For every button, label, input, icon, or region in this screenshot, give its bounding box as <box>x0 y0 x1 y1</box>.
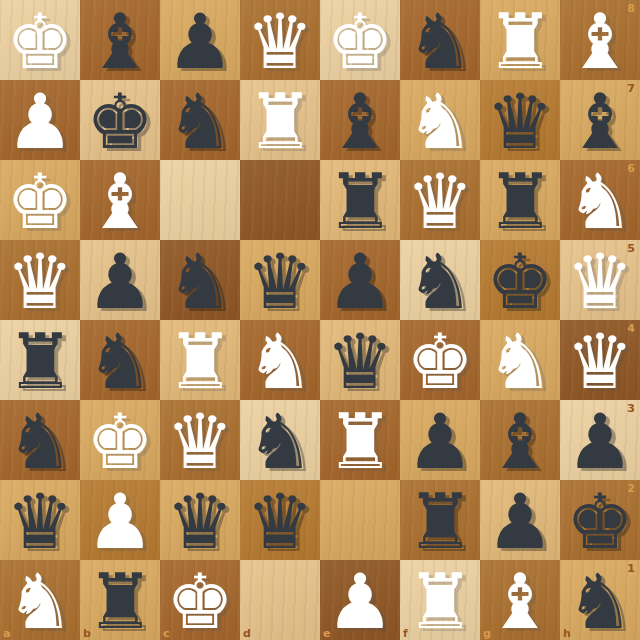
piece-white-queen[interactable]: ♛ <box>246 2 314 80</box>
piece-black-queen[interactable]: ♛ <box>486 82 554 160</box>
piece-black-bishop[interactable]: ♝ <box>86 2 154 80</box>
square-f3[interactable]: ♟ <box>400 400 480 480</box>
rank-label-4: 4 <box>627 323 635 334</box>
piece-white-bishop[interactable]: ♝ <box>86 162 154 240</box>
piece-black-queen[interactable]: ♛ <box>326 322 394 400</box>
square-h2[interactable]: ♚2 <box>560 480 640 560</box>
square-g2[interactable]: ♟ <box>480 480 560 560</box>
piece-white-king[interactable]: ♚ <box>86 402 154 480</box>
square-c6[interactable] <box>160 160 240 240</box>
rank-label-2: 2 <box>627 483 635 494</box>
square-d6[interactable] <box>240 160 320 240</box>
piece-black-queen[interactable]: ♛ <box>246 242 314 320</box>
piece-white-knight[interactable]: ♞ <box>246 322 314 400</box>
square-e7[interactable]: ♝ <box>320 80 400 160</box>
piece-black-queen[interactable]: ♛ <box>166 482 234 560</box>
piece-white-knight[interactable]: ♞ <box>406 82 474 160</box>
piece-white-knight[interactable]: ♞ <box>6 562 74 640</box>
piece-black-queen[interactable]: ♛ <box>246 482 314 560</box>
square-a1[interactable]: ♞a <box>0 560 80 640</box>
square-h1[interactable]: ♞h1 <box>560 560 640 640</box>
piece-black-knight[interactable]: ♞ <box>246 402 314 480</box>
piece-black-bishop[interactable]: ♝ <box>566 82 634 160</box>
square-b7[interactable]: ♚ <box>80 80 160 160</box>
piece-white-rook[interactable]: ♜ <box>166 322 234 400</box>
piece-black-pawn[interactable]: ♟ <box>566 402 634 480</box>
square-b1[interactable]: ♜b <box>80 560 160 640</box>
square-b5[interactable]: ♟ <box>80 240 160 320</box>
square-h8[interactable]: ♝8 <box>560 0 640 80</box>
piece-black-knight[interactable]: ♞ <box>566 562 634 640</box>
square-e5[interactable]: ♟ <box>320 240 400 320</box>
square-d7[interactable]: ♜ <box>240 80 320 160</box>
piece-white-pawn[interactable]: ♟ <box>326 562 394 640</box>
square-d1[interactable]: d <box>240 560 320 640</box>
square-g8[interactable]: ♜ <box>480 0 560 80</box>
piece-black-king[interactable]: ♚ <box>486 242 554 320</box>
piece-black-knight[interactable]: ♞ <box>6 402 74 480</box>
rank-label-1: 1 <box>627 563 635 574</box>
piece-white-queen[interactable]: ♛ <box>166 402 234 480</box>
square-a6[interactable]: ♚ <box>0 160 80 240</box>
square-c1[interactable]: ♚c <box>160 560 240 640</box>
square-d4[interactable]: ♞ <box>240 320 320 400</box>
square-c5[interactable]: ♞ <box>160 240 240 320</box>
piece-white-king[interactable]: ♚ <box>326 2 394 80</box>
piece-black-pawn[interactable]: ♟ <box>406 402 474 480</box>
piece-black-knight[interactable]: ♞ <box>166 242 234 320</box>
piece-black-rook[interactable]: ♜ <box>326 162 394 240</box>
piece-white-rook[interactable]: ♜ <box>326 402 394 480</box>
piece-white-queen[interactable]: ♛ <box>566 242 634 320</box>
square-f5[interactable]: ♞ <box>400 240 480 320</box>
piece-white-king[interactable]: ♚ <box>6 2 74 80</box>
square-b3[interactable]: ♚ <box>80 400 160 480</box>
square-g7[interactable]: ♛ <box>480 80 560 160</box>
piece-black-pawn[interactable]: ♟ <box>86 242 154 320</box>
rank-label-7: 7 <box>627 83 635 94</box>
square-d2[interactable]: ♛ <box>240 480 320 560</box>
square-a3[interactable]: ♞ <box>0 400 80 480</box>
file-label-a: a <box>3 628 10 639</box>
piece-black-knight[interactable]: ♞ <box>406 242 474 320</box>
square-d3[interactable]: ♞ <box>240 400 320 480</box>
square-c2[interactable]: ♛ <box>160 480 240 560</box>
square-a7[interactable]: ♟ <box>0 80 80 160</box>
square-f1[interactable]: ♜f <box>400 560 480 640</box>
square-b4[interactable]: ♞ <box>80 320 160 400</box>
piece-black-rook[interactable]: ♜ <box>86 562 154 640</box>
square-e3[interactable]: ♜ <box>320 400 400 480</box>
square-g6[interactable]: ♜ <box>480 160 560 240</box>
piece-white-king[interactable]: ♚ <box>6 162 74 240</box>
chess-board: ♚♝♟♛♚♞♜♝8♟♚♞♜♝♞♛♝7♚♝♜♛♜♞6♛♟♞♛♟♞♚♛5♜♞♜♞♛♚… <box>0 0 640 640</box>
square-e8[interactable]: ♚ <box>320 0 400 80</box>
square-g1[interactable]: ♝g <box>480 560 560 640</box>
square-a4[interactable]: ♜ <box>0 320 80 400</box>
file-label-e: e <box>323 628 330 639</box>
file-label-g: g <box>483 628 491 639</box>
square-e1[interactable]: ♟e <box>320 560 400 640</box>
square-a8[interactable]: ♚ <box>0 0 80 80</box>
square-b2[interactable]: ♟ <box>80 480 160 560</box>
piece-white-knight[interactable]: ♞ <box>566 162 634 240</box>
square-f7[interactable]: ♞ <box>400 80 480 160</box>
square-a2[interactable]: ♛ <box>0 480 80 560</box>
piece-black-rook[interactable]: ♜ <box>406 482 474 560</box>
piece-white-rook[interactable]: ♜ <box>246 82 314 160</box>
square-f8[interactable]: ♞ <box>400 0 480 80</box>
square-f6[interactable]: ♛ <box>400 160 480 240</box>
square-f4[interactable]: ♚ <box>400 320 480 400</box>
piece-black-bishop[interactable]: ♝ <box>486 402 554 480</box>
rank-label-5: 5 <box>627 243 635 254</box>
piece-white-king[interactable]: ♚ <box>166 562 234 640</box>
square-h3[interactable]: ♟3 <box>560 400 640 480</box>
piece-white-pawn[interactable]: ♟ <box>86 482 154 560</box>
square-d5[interactable]: ♛ <box>240 240 320 320</box>
square-e4[interactable]: ♛ <box>320 320 400 400</box>
piece-black-rook[interactable]: ♜ <box>6 322 74 400</box>
square-c8[interactable]: ♟ <box>160 0 240 80</box>
rank-label-8: 8 <box>627 3 635 14</box>
file-label-h: h <box>563 628 571 639</box>
square-e6[interactable]: ♜ <box>320 160 400 240</box>
piece-black-pawn[interactable]: ♟ <box>326 242 394 320</box>
rank-label-6: 6 <box>627 163 635 174</box>
piece-black-bishop[interactable]: ♝ <box>326 82 394 160</box>
square-h6[interactable]: ♞6 <box>560 160 640 240</box>
square-c7[interactable]: ♞ <box>160 80 240 160</box>
square-g4[interactable]: ♞ <box>480 320 560 400</box>
square-c4[interactable]: ♜ <box>160 320 240 400</box>
piece-white-rook[interactable]: ♜ <box>406 562 474 640</box>
rank-label-3: 3 <box>627 403 635 414</box>
square-c3[interactable]: ♛ <box>160 400 240 480</box>
piece-black-queen[interactable]: ♛ <box>6 482 74 560</box>
square-b6[interactable]: ♝ <box>80 160 160 240</box>
square-f2[interactable]: ♜ <box>400 480 480 560</box>
square-g3[interactable]: ♝ <box>480 400 560 480</box>
piece-white-bishop[interactable]: ♝ <box>486 562 554 640</box>
square-g5[interactable]: ♚ <box>480 240 560 320</box>
piece-white-rook[interactable]: ♜ <box>486 2 554 80</box>
piece-black-knight[interactable]: ♞ <box>406 2 474 80</box>
file-label-c: c <box>163 628 170 639</box>
file-label-d: d <box>243 628 251 639</box>
piece-white-king[interactable]: ♚ <box>406 322 474 400</box>
file-label-f: f <box>403 628 408 639</box>
square-b8[interactable]: ♝ <box>80 0 160 80</box>
square-h7[interactable]: ♝7 <box>560 80 640 160</box>
square-d8[interactable]: ♛ <box>240 0 320 80</box>
square-h5[interactable]: ♛5 <box>560 240 640 320</box>
piece-black-knight[interactable]: ♞ <box>86 322 154 400</box>
piece-black-king[interactable]: ♚ <box>566 482 634 560</box>
square-a5[interactable]: ♛ <box>0 240 80 320</box>
piece-white-knight[interactable]: ♞ <box>486 322 554 400</box>
piece-black-knight[interactable]: ♞ <box>166 82 234 160</box>
piece-black-pawn[interactable]: ♟ <box>486 482 554 560</box>
piece-white-queen[interactable]: ♛ <box>406 162 474 240</box>
square-e2[interactable] <box>320 480 400 560</box>
piece-white-pawn[interactable]: ♟ <box>6 82 74 160</box>
piece-white-queen[interactable]: ♛ <box>6 242 74 320</box>
file-label-b: b <box>83 628 91 639</box>
piece-black-pawn[interactable]: ♟ <box>166 2 234 80</box>
piece-black-rook[interactable]: ♜ <box>486 162 554 240</box>
piece-white-bishop[interactable]: ♝ <box>566 2 634 80</box>
square-h4[interactable]: ♛4 <box>560 320 640 400</box>
piece-white-queen[interactable]: ♛ <box>566 322 634 400</box>
piece-black-king[interactable]: ♚ <box>86 82 154 160</box>
